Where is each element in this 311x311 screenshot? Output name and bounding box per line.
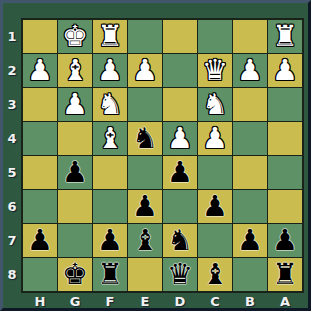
square-g6[interactable]	[58, 190, 92, 223]
square-d6[interactable]	[163, 190, 197, 223]
white-rook: ♜	[97, 20, 123, 53]
black-pawn: ♟	[132, 190, 158, 223]
square-a7[interactable]: ♟	[268, 224, 302, 257]
square-f3[interactable]: ♞	[93, 88, 127, 121]
square-h1[interactable]	[23, 20, 57, 53]
white-king: ♚	[62, 20, 88, 53]
white-pawn: ♟	[132, 54, 158, 87]
square-c5[interactable]	[198, 156, 232, 189]
square-d3[interactable]	[163, 88, 197, 121]
black-pawn: ♟	[62, 156, 88, 189]
square-c3[interactable]: ♞	[198, 88, 232, 121]
square-g2[interactable]: ♝	[58, 54, 92, 87]
square-d1[interactable]	[163, 20, 197, 53]
white-queen: ♛	[202, 54, 228, 87]
square-a8[interactable]: ♜	[268, 258, 302, 291]
square-b1[interactable]	[233, 20, 267, 53]
rank-label-1: 1	[3, 20, 21, 53]
black-knight: ♞	[167, 224, 193, 257]
square-g5[interactable]: ♟	[58, 156, 92, 189]
square-g7[interactable]	[58, 224, 92, 257]
black-queen: ♛	[167, 258, 193, 291]
rank-label-4: 4	[3, 122, 21, 155]
square-a4[interactable]	[268, 122, 302, 155]
rank-label-2: 2	[3, 54, 21, 87]
square-e6[interactable]: ♟	[128, 190, 162, 223]
file-label-b: B	[233, 294, 267, 309]
square-f2[interactable]: ♟	[93, 54, 127, 87]
square-b8[interactable]	[233, 258, 267, 291]
black-rook: ♜	[97, 258, 123, 291]
white-pawn: ♟	[272, 54, 298, 87]
file-label-e: E	[128, 294, 162, 309]
square-a3[interactable]	[268, 88, 302, 121]
square-h8[interactable]	[23, 258, 57, 291]
file-label-d: D	[163, 294, 197, 309]
black-pawn: ♟	[237, 224, 263, 257]
square-h6[interactable]	[23, 190, 57, 223]
white-rook: ♜	[272, 20, 298, 53]
white-pawn: ♟	[62, 88, 88, 121]
square-h5[interactable]	[23, 156, 57, 189]
white-knight: ♞	[97, 88, 123, 121]
white-pawn: ♟	[167, 122, 193, 155]
black-pawn: ♟	[97, 224, 123, 257]
rank-label-8: 8	[3, 258, 21, 291]
square-c8[interactable]: ♝	[198, 258, 232, 291]
rank-label-3: 3	[3, 88, 21, 121]
square-b3[interactable]	[233, 88, 267, 121]
file-label-c: C	[198, 294, 232, 309]
rank-label-6: 6	[3, 190, 21, 223]
file-label-f: F	[93, 294, 127, 309]
file-label-a: A	[268, 294, 302, 309]
white-bishop: ♝	[97, 122, 123, 155]
square-g1[interactable]: ♚	[58, 20, 92, 53]
square-e7[interactable]: ♝	[128, 224, 162, 257]
square-f5[interactable]	[93, 156, 127, 189]
square-h3[interactable]	[23, 88, 57, 121]
square-h2[interactable]: ♟	[23, 54, 57, 87]
square-b2[interactable]: ♟	[233, 54, 267, 87]
chess-board-frame: 12345678 ♚♜♜♟♝♟♟♛♟♟♟♞♞♝♞♟♟♟♟♟♟♟♟♝♞♟♟♚♜♛♝…	[0, 0, 311, 311]
square-e2[interactable]: ♟	[128, 54, 162, 87]
black-king: ♚	[62, 258, 88, 291]
square-h7[interactable]: ♟	[23, 224, 57, 257]
square-f8[interactable]: ♜	[93, 258, 127, 291]
white-pawn: ♟	[27, 54, 53, 87]
square-f4[interactable]: ♝	[93, 122, 127, 155]
file-label-g: G	[58, 294, 92, 309]
square-d7[interactable]: ♞	[163, 224, 197, 257]
white-pawn: ♟	[202, 122, 228, 155]
square-c1[interactable]	[198, 20, 232, 53]
black-bishop: ♝	[202, 258, 228, 291]
square-e3[interactable]	[128, 88, 162, 121]
square-a5[interactable]	[268, 156, 302, 189]
rank-labels: 12345678	[3, 20, 21, 291]
square-e8[interactable]	[128, 258, 162, 291]
square-d2[interactable]	[163, 54, 197, 87]
square-a6[interactable]	[268, 190, 302, 223]
white-pawn: ♟	[97, 54, 123, 87]
square-d5[interactable]: ♟	[163, 156, 197, 189]
square-f1[interactable]: ♜	[93, 20, 127, 53]
square-d4[interactable]: ♟	[163, 122, 197, 155]
file-labels: HGFEDCBA	[23, 294, 302, 308]
black-pawn: ♟	[202, 190, 228, 223]
square-e4[interactable]: ♞	[128, 122, 162, 155]
square-b7[interactable]: ♟	[233, 224, 267, 257]
rank-label-7: 7	[3, 224, 21, 257]
square-e1[interactable]	[128, 20, 162, 53]
black-bishop: ♝	[132, 224, 158, 257]
black-pawn: ♟	[27, 224, 53, 257]
square-h4[interactable]	[23, 122, 57, 155]
square-e5[interactable]	[128, 156, 162, 189]
square-c6[interactable]: ♟	[198, 190, 232, 223]
square-c7[interactable]	[198, 224, 232, 257]
file-label-h: H	[23, 294, 57, 309]
square-g3[interactable]: ♟	[58, 88, 92, 121]
square-a1[interactable]: ♜	[268, 20, 302, 53]
white-knight: ♞	[202, 88, 228, 121]
black-pawn: ♟	[272, 224, 298, 257]
square-g4[interactable]	[58, 122, 92, 155]
black-pawn: ♟	[167, 156, 193, 189]
square-c4[interactable]: ♟	[198, 122, 232, 155]
chess-board: ♚♜♜♟♝♟♟♛♟♟♟♞♞♝♞♟♟♟♟♟♟♟♟♝♞♟♟♚♜♛♝♜	[21, 18, 304, 293]
square-f7[interactable]: ♟	[93, 224, 127, 257]
square-b4[interactable]	[233, 122, 267, 155]
square-g8[interactable]: ♚	[58, 258, 92, 291]
white-bishop: ♝	[62, 54, 88, 87]
square-c2[interactable]: ♛	[198, 54, 232, 87]
rank-label-5: 5	[3, 156, 21, 189]
square-b5[interactable]	[233, 156, 267, 189]
black-knight: ♞	[132, 122, 158, 155]
square-d8[interactable]: ♛	[163, 258, 197, 291]
white-pawn: ♟	[237, 54, 263, 87]
square-f6[interactable]	[93, 190, 127, 223]
black-rook: ♜	[272, 258, 298, 291]
square-b6[interactable]	[233, 190, 267, 223]
square-a2[interactable]: ♟	[268, 54, 302, 87]
